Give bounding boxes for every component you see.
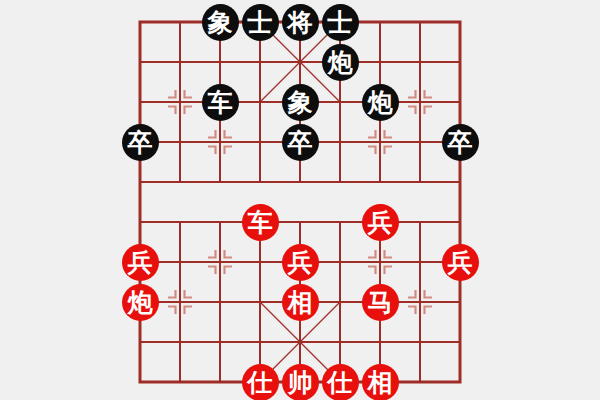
piece-red-soldier[interactable]: 兵 — [122, 244, 159, 281]
board-intersection[interactable] — [160, 82, 200, 122]
board-intersection[interactable]: 仕 — [320, 362, 360, 400]
board-intersection[interactable] — [240, 82, 280, 122]
piece-black-cannon[interactable]: 炮 — [322, 44, 359, 81]
board-intersection[interactable] — [320, 202, 360, 242]
board-intersection[interactable] — [440, 42, 480, 82]
board-intersection[interactable]: 炮 — [360, 82, 400, 122]
board-intersection[interactable] — [400, 122, 440, 162]
board-intersection[interactable] — [160, 122, 200, 162]
board-intersection[interactable] — [280, 162, 320, 202]
board-intersection[interactable]: 相 — [360, 362, 400, 400]
piece-black-soldier[interactable]: 卒 — [122, 124, 159, 161]
board-intersection[interactable] — [120, 162, 160, 202]
board-intersection[interactable] — [400, 362, 440, 400]
piece-black-advisor[interactable]: 士 — [322, 4, 359, 41]
board-intersection[interactable] — [160, 242, 200, 282]
board-intersection[interactable] — [200, 282, 240, 322]
board-intersection[interactable] — [440, 2, 480, 42]
piece-red-advisor[interactable]: 仕 — [242, 364, 279, 400]
piece-red-horse[interactable]: 马 — [362, 284, 399, 321]
board-intersection[interactable] — [320, 282, 360, 322]
board-intersection[interactable] — [320, 322, 360, 362]
xiangqi-board: 象士将士炮车象炮卒卒卒车兵兵兵兵炮相马仕帅仕相 — [120, 2, 480, 400]
board-intersection[interactable] — [400, 202, 440, 242]
piece-black-soldier[interactable]: 卒 — [442, 124, 479, 161]
board-intersection[interactable]: 帅 — [280, 362, 320, 400]
piece-red-chariot[interactable]: 车 — [242, 204, 279, 241]
board-intersection[interactable]: 士 — [320, 2, 360, 42]
piece-red-soldier[interactable]: 兵 — [442, 244, 479, 281]
board-intersection[interactable] — [400, 322, 440, 362]
board-intersection[interactable]: 马 — [360, 282, 400, 322]
board-intersection[interactable] — [200, 162, 240, 202]
board-intersection[interactable] — [360, 242, 400, 282]
board-intersection[interactable] — [440, 282, 480, 322]
board-intersection[interactable] — [360, 2, 400, 42]
board-intersection[interactable] — [120, 322, 160, 362]
board-intersection[interactable] — [240, 282, 280, 322]
piece-black-soldier[interactable]: 卒 — [282, 124, 319, 161]
board-intersection[interactable] — [400, 242, 440, 282]
board-intersection[interactable] — [240, 162, 280, 202]
piece-black-elephant[interactable]: 象 — [282, 84, 319, 121]
board-intersection[interactable] — [160, 162, 200, 202]
board-intersection[interactable] — [360, 162, 400, 202]
board-intersection[interactable] — [400, 42, 440, 82]
board-intersection[interactable] — [440, 82, 480, 122]
board-intersection[interactable] — [160, 42, 200, 82]
board-intersection[interactable] — [160, 202, 200, 242]
board-intersection[interactable] — [320, 82, 360, 122]
board-intersection[interactable] — [360, 122, 400, 162]
board-intersection[interactable]: 仕 — [240, 362, 280, 400]
board-intersection[interactable] — [440, 202, 480, 242]
board-intersection[interactable] — [240, 122, 280, 162]
board-intersection[interactable] — [120, 82, 160, 122]
board-intersection[interactable] — [240, 242, 280, 282]
board-intersection[interactable] — [200, 242, 240, 282]
piece-red-advisor[interactable]: 仕 — [322, 364, 359, 400]
board-intersection[interactable] — [400, 82, 440, 122]
board-intersection[interactable] — [280, 322, 320, 362]
board-intersection[interactable] — [120, 2, 160, 42]
board-intersection[interactable] — [360, 322, 400, 362]
board-intersection[interactable]: 卒 — [280, 122, 320, 162]
board-intersection[interactable]: 将 — [280, 2, 320, 42]
board-intersection[interactable] — [120, 362, 160, 400]
board-intersection[interactable] — [440, 162, 480, 202]
board-intersection[interactable] — [240, 42, 280, 82]
board-intersection[interactable] — [120, 42, 160, 82]
board-intersection[interactable]: 兵 — [120, 242, 160, 282]
piece-black-elephant[interactable]: 象 — [202, 4, 239, 41]
board-intersection[interactable]: 兵 — [440, 242, 480, 282]
board-intersection[interactable]: 车 — [200, 82, 240, 122]
board-intersection[interactable] — [200, 122, 240, 162]
board-intersection[interactable] — [160, 322, 200, 362]
board-intersection[interactable] — [280, 202, 320, 242]
board-intersection[interactable] — [240, 322, 280, 362]
board-intersection[interactable]: 卒 — [120, 122, 160, 162]
piece-red-elephant[interactable]: 相 — [282, 284, 319, 321]
piece-black-advisor[interactable]: 士 — [242, 4, 279, 41]
board-intersection[interactable] — [200, 362, 240, 400]
board-intersection[interactable]: 兵 — [280, 242, 320, 282]
piece-red-general[interactable]: 帅 — [282, 364, 319, 400]
board-intersection[interactable]: 炮 — [120, 282, 160, 322]
piece-black-chariot[interactable]: 车 — [202, 84, 239, 121]
board-intersection[interactable] — [440, 322, 480, 362]
piece-black-cannon[interactable]: 炮 — [362, 84, 399, 121]
board-intersection[interactable] — [160, 2, 200, 42]
board-intersection[interactable] — [200, 42, 240, 82]
piece-black-general[interactable]: 将 — [282, 4, 319, 41]
board-intersection[interactable] — [160, 362, 200, 400]
board-intersection[interactable] — [280, 42, 320, 82]
board-intersection[interactable]: 兵 — [360, 202, 400, 242]
board-intersection[interactable] — [320, 242, 360, 282]
board-intersection[interactable] — [160, 282, 200, 322]
piece-red-cannon[interactable]: 炮 — [122, 284, 159, 321]
board-intersection[interactable]: 象 — [280, 82, 320, 122]
board-intersection[interactable] — [360, 42, 400, 82]
board-intersection[interactable]: 象 — [200, 2, 240, 42]
board-intersection[interactable]: 士 — [240, 2, 280, 42]
board-intersection[interactable] — [120, 202, 160, 242]
piece-red-elephant[interactable]: 相 — [362, 364, 399, 400]
board-intersection[interactable] — [400, 282, 440, 322]
board-intersection[interactable] — [320, 162, 360, 202]
board-intersection[interactable] — [200, 202, 240, 242]
board-intersection[interactable]: 炮 — [320, 42, 360, 82]
board-intersection[interactable]: 卒 — [440, 122, 480, 162]
board-intersection[interactable] — [400, 162, 440, 202]
board-intersection[interactable] — [400, 2, 440, 42]
board-intersection[interactable]: 相 — [280, 282, 320, 322]
piece-red-soldier[interactable]: 兵 — [282, 244, 319, 281]
piece-red-soldier[interactable]: 兵 — [362, 204, 399, 241]
board-intersection[interactable] — [440, 362, 480, 400]
board-intersection[interactable]: 车 — [240, 202, 280, 242]
board-intersection[interactable] — [200, 322, 240, 362]
board-intersection[interactable] — [320, 122, 360, 162]
